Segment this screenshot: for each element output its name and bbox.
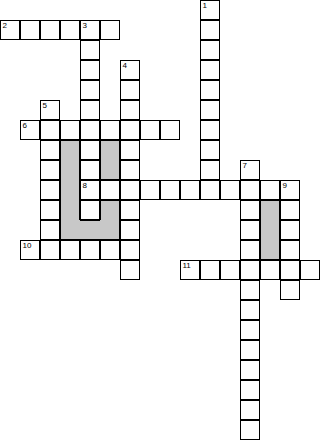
grid-cell[interactable]: 11 <box>180 260 200 280</box>
grid-cell[interactable] <box>80 160 100 180</box>
clue-number: 5 <box>43 101 47 110</box>
grid-cell[interactable] <box>280 200 300 220</box>
grid-cell[interactable] <box>240 420 260 440</box>
grid-cell[interactable]: 4 <box>120 60 140 80</box>
clue-number: 1 <box>203 1 207 10</box>
grid-cell[interactable] <box>240 200 260 220</box>
clue-number: 10 <box>23 241 32 250</box>
grid-cell[interactable] <box>200 140 220 160</box>
grid-cell[interactable] <box>60 20 80 40</box>
grid-cell[interactable]: 2 <box>0 20 20 40</box>
grid-cell[interactable] <box>40 120 60 140</box>
shaded-cell <box>60 220 80 240</box>
clue-number: 2 <box>3 21 7 30</box>
grid-cell[interactable] <box>280 220 300 240</box>
grid-cell[interactable]: 3 <box>80 20 100 40</box>
grid-cell[interactable] <box>120 220 140 240</box>
grid-cell[interactable] <box>240 260 260 280</box>
clue-number: 4 <box>123 61 127 70</box>
clue-number: 11 <box>183 261 191 270</box>
grid-cell[interactable] <box>120 80 140 100</box>
grid-cell[interactable] <box>200 120 220 140</box>
grid-cell[interactable] <box>120 140 140 160</box>
grid-cell[interactable] <box>200 20 220 40</box>
grid-cell[interactable] <box>200 260 220 280</box>
grid-cell[interactable] <box>40 200 60 220</box>
shaded-cell <box>80 220 100 240</box>
shaded-cell <box>100 140 120 160</box>
grid-cell[interactable] <box>240 360 260 380</box>
grid-cell[interactable] <box>20 20 40 40</box>
grid-cell[interactable] <box>120 100 140 120</box>
grid-cell[interactable]: 5 <box>40 100 60 120</box>
grid-cell[interactable] <box>240 180 260 200</box>
shaded-cell <box>100 160 120 180</box>
grid-cell[interactable] <box>240 220 260 240</box>
grid-cell[interactable] <box>200 80 220 100</box>
shaded-cell <box>260 220 280 240</box>
grid-cell[interactable] <box>280 240 300 260</box>
grid-cell[interactable] <box>220 260 240 280</box>
grid-cell[interactable] <box>140 180 160 200</box>
grid-cell[interactable] <box>140 120 160 140</box>
grid-cell[interactable] <box>240 380 260 400</box>
grid-cell[interactable] <box>100 120 120 140</box>
clue-number: 9 <box>283 181 287 190</box>
grid-cell[interactable] <box>240 280 260 300</box>
clue-number: 7 <box>243 161 247 170</box>
grid-cell[interactable] <box>200 160 220 180</box>
grid-cell[interactable] <box>160 120 180 140</box>
grid-cell[interactable] <box>100 20 120 40</box>
grid-cell[interactable] <box>120 180 140 200</box>
grid-cell[interactable] <box>240 300 260 320</box>
grid-cell[interactable] <box>200 60 220 80</box>
shaded-cell <box>60 180 80 200</box>
grid-cell[interactable] <box>260 260 280 280</box>
grid-cell[interactable] <box>120 260 140 280</box>
grid-cell[interactable] <box>160 180 180 200</box>
grid-cell[interactable] <box>40 20 60 40</box>
grid-cell[interactable] <box>40 140 60 160</box>
grid-cell[interactable] <box>80 140 100 160</box>
grid-cell[interactable] <box>120 200 140 220</box>
shaded-cell <box>260 240 280 260</box>
grid-cell[interactable] <box>100 180 120 200</box>
shaded-cell <box>100 220 120 240</box>
shaded-cell <box>260 200 280 220</box>
grid-cell[interactable] <box>280 280 300 300</box>
grid-cell[interactable] <box>240 400 260 420</box>
grid-cell[interactable] <box>200 180 220 200</box>
grid-cell[interactable] <box>120 240 140 260</box>
grid-cell[interactable] <box>120 120 140 140</box>
grid-cell[interactable] <box>40 240 60 260</box>
grid-cell[interactable] <box>80 40 100 60</box>
grid-cell[interactable] <box>300 260 320 280</box>
grid-cell[interactable]: 1 <box>200 0 220 20</box>
grid-cell[interactable] <box>80 100 100 120</box>
grid-cell[interactable] <box>180 180 200 200</box>
shaded-cell <box>60 160 80 180</box>
grid-cell[interactable] <box>200 40 220 60</box>
grid-cell[interactable] <box>200 100 220 120</box>
grid-cell[interactable] <box>240 240 260 260</box>
grid-cell[interactable] <box>220 180 240 200</box>
grid-cell[interactable] <box>240 320 260 340</box>
grid-cell[interactable] <box>40 220 60 240</box>
grid-cell[interactable] <box>40 180 60 200</box>
grid-cell[interactable] <box>80 60 100 80</box>
grid-cell[interactable] <box>40 160 60 180</box>
shaded-cell <box>60 140 80 160</box>
grid-cell[interactable] <box>280 260 300 280</box>
crossword-board: 1234567891011 <box>0 0 321 441</box>
grid-cell[interactable]: 10 <box>20 240 40 260</box>
grid-cell[interactable] <box>80 240 100 260</box>
grid-cell[interactable] <box>100 240 120 260</box>
shaded-cell <box>60 200 80 220</box>
clue-number: 6 <box>23 121 27 130</box>
grid-cell[interactable] <box>80 120 100 140</box>
grid-cell[interactable] <box>60 120 80 140</box>
shaded-cell <box>100 200 120 220</box>
grid-cell[interactable] <box>60 240 80 260</box>
grid-cell[interactable] <box>240 340 260 360</box>
clue-number: 3 <box>83 21 87 30</box>
grid-cell[interactable] <box>120 160 140 180</box>
grid-cell[interactable]: 6 <box>20 120 40 140</box>
clue-number: 8 <box>83 181 87 190</box>
grid-cell[interactable] <box>80 200 100 220</box>
grid-cell[interactable]: 9 <box>280 180 300 200</box>
grid-cell[interactable] <box>80 80 100 100</box>
grid-cell[interactable]: 8 <box>80 180 100 200</box>
grid-cell[interactable]: 7 <box>240 160 260 180</box>
grid-cell[interactable] <box>260 180 280 200</box>
